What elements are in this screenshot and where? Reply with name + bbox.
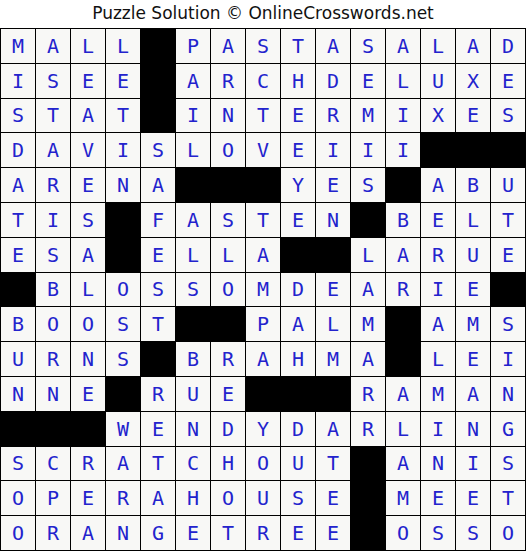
letter-cell: T: [141, 307, 175, 341]
letter-cell: P: [36, 481, 70, 515]
letter-cell: S: [351, 168, 385, 202]
letter-cell: L: [176, 133, 210, 167]
letter-cell: S: [281, 481, 315, 515]
letter-cell: S: [141, 133, 175, 167]
letter-cell: N: [71, 342, 105, 376]
letter-cell: D: [281, 273, 315, 307]
letter-cell: A: [176, 64, 210, 98]
letter-cell: L: [421, 342, 455, 376]
black-cell: [106, 203, 140, 237]
letter-cell: S: [351, 29, 385, 63]
letter-cell: A: [71, 99, 105, 133]
letter-cell: D: [1, 133, 35, 167]
letter-cell: R: [316, 99, 350, 133]
black-cell: [246, 168, 280, 202]
letter-cell: N: [211, 99, 245, 133]
letter-cell: L: [211, 238, 245, 272]
letter-cell: U: [246, 481, 280, 515]
letter-cell: N: [106, 516, 140, 550]
letter-cell: R: [351, 377, 385, 411]
letter-cell: S: [106, 307, 140, 341]
letter-cell: M: [246, 273, 280, 307]
black-cell: [176, 307, 210, 341]
letter-cell: E: [106, 64, 140, 98]
black-cell: [351, 481, 385, 515]
letter-cell: T: [281, 29, 315, 63]
letter-cell: V: [246, 133, 280, 167]
letter-cell: Y: [281, 168, 315, 202]
black-cell: [36, 412, 70, 446]
letter-cell: B: [36, 273, 70, 307]
letter-cell: N: [106, 168, 140, 202]
letter-cell: O: [1, 516, 35, 550]
letter-cell: E: [456, 342, 490, 376]
black-cell: [211, 168, 245, 202]
letter-cell: B: [456, 168, 490, 202]
letter-cell: I: [106, 133, 140, 167]
letter-cell: R: [211, 342, 245, 376]
black-cell: [281, 377, 315, 411]
letter-cell: U: [491, 168, 525, 202]
letter-cell: B: [176, 342, 210, 376]
letter-cell: B: [1, 307, 35, 341]
letter-cell: S: [176, 273, 210, 307]
letter-cell: S: [211, 203, 245, 237]
letter-cell: N: [421, 447, 455, 481]
letter-cell: C: [176, 447, 210, 481]
letter-cell: I: [386, 133, 420, 167]
letter-cell: D: [281, 412, 315, 446]
letter-cell: E: [421, 481, 455, 515]
letter-cell: A: [386, 447, 420, 481]
letter-cell: S: [491, 447, 525, 481]
letter-cell: I: [491, 342, 525, 376]
letter-cell: X: [456, 64, 490, 98]
letter-cell: S: [491, 307, 525, 341]
letter-cell: A: [316, 29, 350, 63]
letter-cell: S: [421, 516, 455, 550]
letter-cell: R: [71, 447, 105, 481]
letter-cell: S: [1, 447, 35, 481]
letter-cell: L: [71, 273, 105, 307]
letter-cell: T: [106, 99, 140, 133]
letter-cell: S: [491, 99, 525, 133]
letter-cell: E: [1, 238, 35, 272]
black-cell: [141, 29, 175, 63]
letter-cell: E: [211, 377, 245, 411]
letter-cell: I: [176, 99, 210, 133]
letter-cell: C: [246, 64, 280, 98]
letter-cell: S: [36, 238, 70, 272]
letter-cell: N: [491, 377, 525, 411]
black-cell: [141, 64, 175, 98]
letter-cell: T: [491, 481, 525, 515]
letter-cell: I: [421, 412, 455, 446]
letter-cell: T: [246, 203, 280, 237]
letter-cell: O: [36, 307, 70, 341]
black-cell: [1, 273, 35, 307]
letter-cell: U: [281, 447, 315, 481]
page-title: Puzzle Solution © OnlineCrosswords.net: [0, 0, 526, 28]
letter-cell: R: [36, 342, 70, 376]
letter-cell: E: [456, 99, 490, 133]
black-cell: [491, 273, 525, 307]
letter-cell: O: [386, 516, 420, 550]
letter-cell: E: [316, 481, 350, 515]
letter-cell: A: [456, 29, 490, 63]
letter-cell: V: [71, 133, 105, 167]
letter-cell: A: [36, 29, 70, 63]
black-cell: [421, 133, 455, 167]
letter-cell: M: [456, 307, 490, 341]
letter-cell: E: [141, 238, 175, 272]
letter-cell: N: [1, 377, 35, 411]
letter-cell: R: [211, 64, 245, 98]
letter-cell: M: [351, 99, 385, 133]
letter-cell: R: [246, 516, 280, 550]
letter-cell: O: [106, 273, 140, 307]
letter-cell: O: [211, 481, 245, 515]
letter-cell: A: [141, 481, 175, 515]
letter-cell: D: [491, 29, 525, 63]
letter-cell: U: [1, 342, 35, 376]
letter-cell: H: [281, 64, 315, 98]
letter-cell: E: [456, 273, 490, 307]
letter-cell: E: [71, 64, 105, 98]
letter-cell: O: [491, 516, 525, 550]
black-cell: [456, 133, 490, 167]
letter-cell: A: [176, 203, 210, 237]
letter-cell: E: [176, 516, 210, 550]
black-cell: [281, 238, 315, 272]
letter-cell: T: [316, 447, 350, 481]
letter-cell: E: [281, 203, 315, 237]
letter-cell: E: [71, 481, 105, 515]
crossword-grid: MALLPASTASALADISEEARCHDELUXESTATINTERMIX…: [0, 28, 526, 551]
letter-cell: E: [281, 516, 315, 550]
letter-cell: U: [421, 64, 455, 98]
letter-cell: N: [36, 377, 70, 411]
letter-cell: A: [211, 29, 245, 63]
letter-cell: T: [246, 99, 280, 133]
letter-cell: E: [491, 238, 525, 272]
letter-cell: A: [386, 377, 420, 411]
letter-cell: A: [36, 133, 70, 167]
letter-cell: I: [456, 447, 490, 481]
letter-cell: D: [316, 64, 350, 98]
black-cell: [386, 342, 420, 376]
letter-cell: E: [316, 273, 350, 307]
letter-cell: I: [421, 273, 455, 307]
letter-cell: E: [281, 99, 315, 133]
letter-cell: R: [36, 516, 70, 550]
black-cell: [386, 307, 420, 341]
letter-cell: U: [456, 238, 490, 272]
letter-cell: N: [456, 412, 490, 446]
letter-cell: E: [316, 516, 350, 550]
letter-cell: A: [456, 377, 490, 411]
letter-cell: L: [456, 203, 490, 237]
letter-cell: T: [36, 99, 70, 133]
letter-cell: R: [36, 168, 70, 202]
letter-cell: R: [421, 238, 455, 272]
letter-cell: F: [141, 203, 175, 237]
letter-cell: B: [386, 203, 420, 237]
letter-cell: I: [36, 203, 70, 237]
black-cell: [246, 377, 280, 411]
letter-cell: S: [141, 273, 175, 307]
letter-cell: A: [246, 238, 280, 272]
letter-cell: A: [106, 447, 140, 481]
letter-cell: A: [386, 238, 420, 272]
letter-cell: O: [71, 307, 105, 341]
letter-cell: T: [141, 447, 175, 481]
letter-cell: S: [36, 64, 70, 98]
letter-cell: E: [141, 412, 175, 446]
letter-cell: I: [316, 133, 350, 167]
letter-cell: T: [491, 203, 525, 237]
black-cell: [141, 342, 175, 376]
letter-cell: L: [386, 64, 420, 98]
letter-cell: M: [421, 377, 455, 411]
letter-cell: A: [351, 342, 385, 376]
black-cell: [141, 99, 175, 133]
letter-cell: L: [71, 29, 105, 63]
letter-cell: M: [316, 342, 350, 376]
letter-cell: A: [141, 168, 175, 202]
letter-cell: W: [106, 412, 140, 446]
letter-cell: M: [386, 481, 420, 515]
letter-cell: E: [456, 481, 490, 515]
black-cell: [316, 377, 350, 411]
letter-cell: T: [1, 203, 35, 237]
letter-cell: L: [351, 238, 385, 272]
letter-cell: A: [71, 516, 105, 550]
letter-cell: E: [316, 168, 350, 202]
letter-cell: C: [36, 447, 70, 481]
letter-cell: H: [176, 481, 210, 515]
letter-cell: U: [176, 377, 210, 411]
black-cell: [386, 168, 420, 202]
letter-cell: E: [491, 64, 525, 98]
letter-cell: A: [71, 238, 105, 272]
letter-cell: P: [246, 307, 280, 341]
letter-cell: D: [211, 412, 245, 446]
black-cell: [106, 377, 140, 411]
letter-cell: O: [246, 447, 280, 481]
letter-cell: S: [1, 99, 35, 133]
letter-cell: E: [351, 64, 385, 98]
letter-cell: T: [211, 516, 245, 550]
letter-cell: A: [316, 412, 350, 446]
letter-cell: O: [211, 273, 245, 307]
letter-cell: A: [421, 168, 455, 202]
letter-cell: G: [141, 516, 175, 550]
letter-cell: E: [71, 377, 105, 411]
letter-cell: L: [316, 307, 350, 341]
letter-cell: L: [176, 238, 210, 272]
letter-cell: S: [71, 203, 105, 237]
letter-cell: I: [1, 64, 35, 98]
letter-cell: N: [176, 412, 210, 446]
letter-cell: R: [106, 481, 140, 515]
letter-cell: G: [491, 412, 525, 446]
letter-cell: E: [281, 133, 315, 167]
letter-cell: H: [281, 342, 315, 376]
letter-cell: R: [386, 273, 420, 307]
letter-cell: E: [421, 203, 455, 237]
black-cell: [106, 238, 140, 272]
black-cell: [71, 412, 105, 446]
letter-cell: E: [71, 168, 105, 202]
letter-cell: S: [106, 342, 140, 376]
letter-cell: L: [421, 29, 455, 63]
black-cell: [316, 238, 350, 272]
letter-cell: A: [351, 273, 385, 307]
letter-cell: S: [246, 29, 280, 63]
black-cell: [351, 203, 385, 237]
letter-cell: M: [1, 29, 35, 63]
letter-cell: I: [386, 99, 420, 133]
letter-cell: L: [386, 412, 420, 446]
letter-cell: S: [456, 516, 490, 550]
letter-cell: N: [316, 203, 350, 237]
black-cell: [351, 447, 385, 481]
black-cell: [491, 133, 525, 167]
letter-cell: Y: [246, 412, 280, 446]
letter-cell: O: [1, 481, 35, 515]
letter-cell: A: [1, 168, 35, 202]
letter-cell: R: [351, 412, 385, 446]
letter-cell: A: [246, 342, 280, 376]
black-cell: [176, 168, 210, 202]
letter-cell: R: [141, 377, 175, 411]
letter-cell: P: [176, 29, 210, 63]
letter-cell: I: [351, 133, 385, 167]
letter-cell: X: [421, 99, 455, 133]
black-cell: [211, 307, 245, 341]
letter-cell: H: [211, 447, 245, 481]
puzzle-solution-page: Puzzle Solution © OnlineCrosswords.net M…: [0, 0, 526, 551]
letter-cell: A: [421, 307, 455, 341]
letter-cell: O: [211, 133, 245, 167]
letter-cell: L: [106, 29, 140, 63]
letter-cell: A: [281, 307, 315, 341]
letter-cell: M: [351, 307, 385, 341]
black-cell: [1, 412, 35, 446]
letter-cell: A: [386, 29, 420, 63]
black-cell: [351, 516, 385, 550]
